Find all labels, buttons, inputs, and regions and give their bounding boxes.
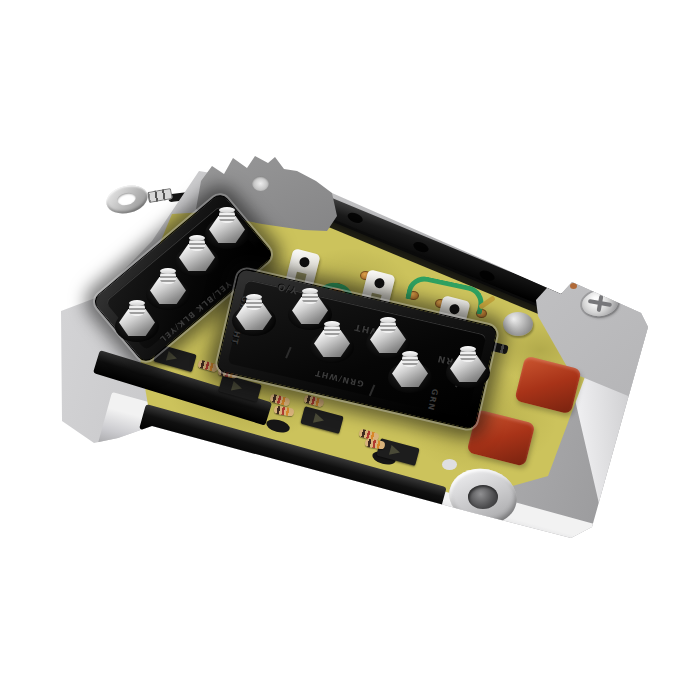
bracket-hole: [252, 176, 269, 191]
stud-thread: [324, 323, 340, 337]
stud-thread: [129, 302, 145, 316]
clip-hole: [298, 256, 310, 268]
terminal-stud: [231, 296, 277, 338]
stud-thread: [460, 348, 476, 362]
terminal-stud: [204, 209, 250, 251]
rust-speck: [570, 283, 577, 289]
mounting-hole: [468, 485, 498, 509]
terminal-stud: [309, 323, 355, 365]
stud-thread: [402, 353, 418, 367]
stud-thread: [246, 296, 262, 310]
rail-recess: [346, 211, 364, 225]
stud-thread: [219, 209, 235, 223]
stud-thread: [189, 237, 205, 251]
casting-dot: [442, 459, 457, 470]
solder-dome: [503, 312, 533, 336]
stud-thread: [380, 319, 396, 333]
terminal-stud: [445, 348, 491, 390]
clip-hole: [373, 277, 385, 289]
stud-thread: [302, 290, 318, 304]
product-photo-stage: YEL/BLK BLK/YEL Y/O WHT BRN GRN/WHT GRN/…: [0, 0, 700, 700]
terminal-stud: [387, 353, 433, 395]
